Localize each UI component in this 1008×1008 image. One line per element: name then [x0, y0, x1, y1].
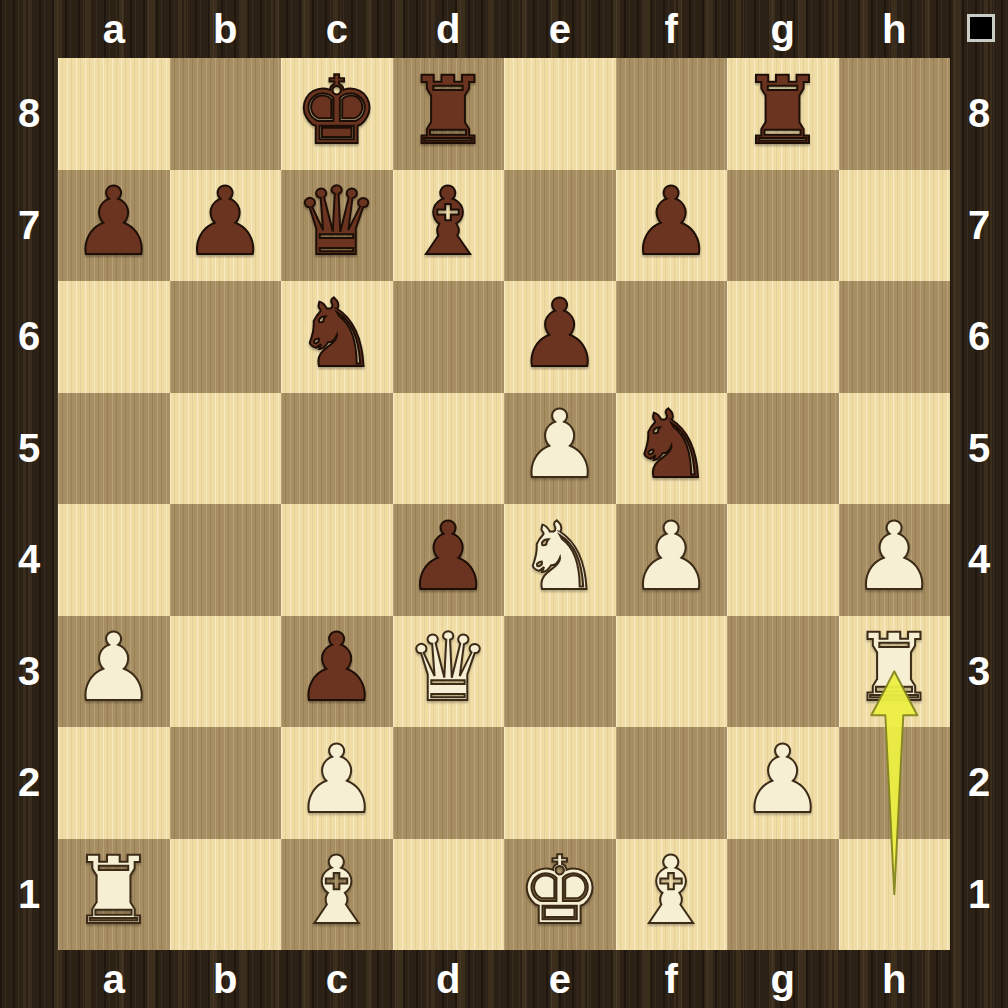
chess-board[interactable]: ♚♜♜♟♟♛♝♟♞♟♟♞♟♞♟♟♟♟♛♜♟♟♜♝♚♝: [58, 58, 950, 950]
coord-rank-6: 6: [950, 281, 1008, 393]
square-b3[interactable]: [170, 616, 282, 728]
square-b5[interactable]: [170, 393, 282, 505]
coord-file-f: f: [616, 0, 728, 58]
square-f7[interactable]: ♟: [616, 170, 728, 282]
side-to-move-indicator-icon: [967, 14, 995, 42]
square-a8[interactable]: [58, 58, 170, 170]
square-f4[interactable]: ♟: [616, 504, 728, 616]
file-labels-top: abcdefgh: [58, 0, 950, 58]
black-pawn-b7[interactable]: ♟: [183, 175, 267, 269]
white-knight-e4[interactable]: ♞: [518, 510, 602, 604]
square-b6[interactable]: [170, 281, 282, 393]
black-pawn-d4[interactable]: ♟: [406, 510, 490, 604]
square-d5[interactable]: [393, 393, 505, 505]
white-bishop-f1[interactable]: ♝: [629, 844, 713, 938]
square-g5[interactable]: [727, 393, 839, 505]
square-e1[interactable]: ♚: [504, 839, 616, 951]
black-pawn-f7[interactable]: ♟: [629, 175, 713, 269]
square-g2[interactable]: ♟: [727, 727, 839, 839]
square-d2[interactable]: [393, 727, 505, 839]
square-b1[interactable]: [170, 839, 282, 951]
square-f5[interactable]: ♞: [616, 393, 728, 505]
square-c6[interactable]: ♞: [281, 281, 393, 393]
white-king-e1[interactable]: ♚: [518, 844, 602, 938]
square-f2[interactable]: [616, 727, 728, 839]
square-h5[interactable]: [839, 393, 951, 505]
coord-file-c: c: [281, 0, 393, 58]
white-rook-a1[interactable]: ♜: [72, 844, 156, 938]
white-bishop-c1[interactable]: ♝: [295, 844, 379, 938]
white-pawn-a3[interactable]: ♟: [72, 621, 156, 715]
square-g6[interactable]: [727, 281, 839, 393]
square-e6[interactable]: ♟: [504, 281, 616, 393]
square-c8[interactable]: ♚: [281, 58, 393, 170]
chessboard-app: abcdefgh abcdefgh 87654321 87654321 ♚♜♜♟…: [0, 0, 1008, 1008]
square-a6[interactable]: [58, 281, 170, 393]
coord-file-e: e: [504, 950, 616, 1008]
coord-file-d: d: [393, 950, 505, 1008]
white-queen-d3[interactable]: ♛: [406, 621, 490, 715]
coord-rank-1: 1: [950, 839, 1008, 951]
square-h3[interactable]: ♜: [839, 616, 951, 728]
coord-file-a: a: [58, 950, 170, 1008]
square-a2[interactable]: [58, 727, 170, 839]
square-h6[interactable]: [839, 281, 951, 393]
square-e8[interactable]: [504, 58, 616, 170]
coord-rank-5: 5: [950, 393, 1008, 505]
coord-rank-6: 6: [0, 281, 58, 393]
black-knight-c6[interactable]: ♞: [295, 287, 379, 381]
coord-file-h: h: [839, 950, 951, 1008]
square-a4[interactable]: [58, 504, 170, 616]
square-f3[interactable]: [616, 616, 728, 728]
coord-rank-8: 8: [950, 58, 1008, 170]
black-queen-c7[interactable]: ♛: [295, 175, 379, 269]
square-d3[interactable]: ♛: [393, 616, 505, 728]
square-c4[interactable]: [281, 504, 393, 616]
square-a7[interactable]: ♟: [58, 170, 170, 282]
coord-file-f: f: [616, 950, 728, 1008]
square-f6[interactable]: [616, 281, 728, 393]
square-e7[interactable]: [504, 170, 616, 282]
square-b8[interactable]: [170, 58, 282, 170]
coord-file-d: d: [393, 0, 505, 58]
square-g4[interactable]: [727, 504, 839, 616]
coord-file-b: b: [170, 0, 282, 58]
square-c7[interactable]: ♛: [281, 170, 393, 282]
rank-labels-left: 87654321: [0, 58, 58, 950]
square-h1[interactable]: [839, 839, 951, 951]
coord-rank-7: 7: [0, 170, 58, 282]
black-rook-d8[interactable]: ♜: [406, 64, 490, 158]
square-b4[interactable]: [170, 504, 282, 616]
black-bishop-d7[interactable]: ♝: [406, 175, 490, 269]
square-d1[interactable]: [393, 839, 505, 951]
white-pawn-c2[interactable]: ♟: [295, 733, 379, 827]
coord-rank-8: 8: [0, 58, 58, 170]
square-d6[interactable]: [393, 281, 505, 393]
square-g7[interactable]: [727, 170, 839, 282]
black-king-c8[interactable]: ♚: [295, 64, 379, 158]
file-labels-bottom: abcdefgh: [58, 950, 950, 1008]
coord-rank-2: 2: [0, 727, 58, 839]
square-g8[interactable]: ♜: [727, 58, 839, 170]
black-pawn-c3[interactable]: ♟: [295, 621, 379, 715]
black-knight-f5[interactable]: ♞: [629, 398, 713, 492]
square-h4[interactable]: ♟: [839, 504, 951, 616]
square-h2[interactable]: [839, 727, 951, 839]
coord-rank-3: 3: [950, 616, 1008, 728]
white-rook-h3[interactable]: ♜: [852, 621, 936, 715]
square-e2[interactable]: [504, 727, 616, 839]
black-pawn-e6[interactable]: ♟: [518, 287, 602, 381]
white-pawn-h4[interactable]: ♟: [852, 510, 936, 604]
square-c1[interactable]: ♝: [281, 839, 393, 951]
square-d7[interactable]: ♝: [393, 170, 505, 282]
coord-file-g: g: [727, 950, 839, 1008]
square-b7[interactable]: ♟: [170, 170, 282, 282]
square-h7[interactable]: [839, 170, 951, 282]
black-rook-g8[interactable]: ♜: [741, 64, 825, 158]
coord-file-c: c: [281, 950, 393, 1008]
coord-rank-4: 4: [0, 504, 58, 616]
square-c2[interactable]: ♟: [281, 727, 393, 839]
coord-rank-1: 1: [0, 839, 58, 951]
square-h8[interactable]: [839, 58, 951, 170]
square-c3[interactable]: ♟: [281, 616, 393, 728]
square-f8[interactable]: [616, 58, 728, 170]
square-e4[interactable]: ♞: [504, 504, 616, 616]
square-a5[interactable]: [58, 393, 170, 505]
square-g3[interactable]: [727, 616, 839, 728]
black-pawn-a7[interactable]: ♟: [72, 175, 156, 269]
square-a3[interactable]: ♟: [58, 616, 170, 728]
coord-file-h: h: [839, 0, 951, 58]
square-d4[interactable]: ♟: [393, 504, 505, 616]
square-d8[interactable]: ♜: [393, 58, 505, 170]
coord-file-b: b: [170, 950, 282, 1008]
coord-file-e: e: [504, 0, 616, 58]
white-pawn-e5[interactable]: ♟: [518, 398, 602, 492]
square-b2[interactable]: [170, 727, 282, 839]
square-c5[interactable]: [281, 393, 393, 505]
white-pawn-g2[interactable]: ♟: [741, 733, 825, 827]
square-a1[interactable]: ♜: [58, 839, 170, 951]
white-pawn-f4[interactable]: ♟: [629, 510, 713, 604]
coord-rank-2: 2: [950, 727, 1008, 839]
rank-labels-right: 87654321: [950, 58, 1008, 950]
square-e3[interactable]: [504, 616, 616, 728]
coord-rank-7: 7: [950, 170, 1008, 282]
coord-file-a: a: [58, 0, 170, 58]
coord-rank-3: 3: [0, 616, 58, 728]
square-e5[interactable]: ♟: [504, 393, 616, 505]
square-g1[interactable]: [727, 839, 839, 951]
coord-rank-4: 4: [950, 504, 1008, 616]
coord-rank-5: 5: [0, 393, 58, 505]
coord-file-g: g: [727, 0, 839, 58]
square-f1[interactable]: ♝: [616, 839, 728, 951]
